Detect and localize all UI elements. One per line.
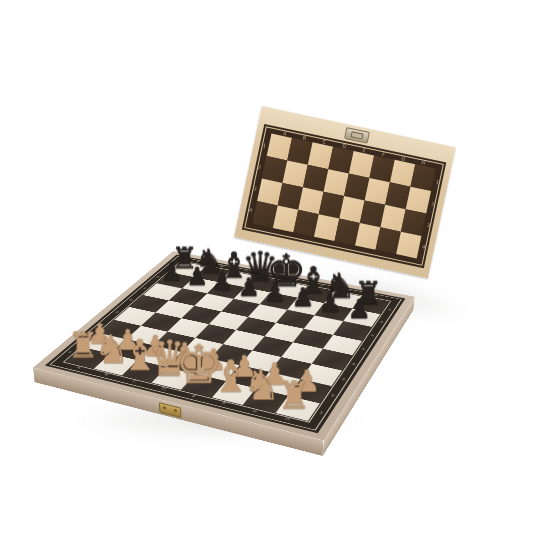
- coordinate-label: C: [130, 380, 138, 385]
- coordinate-label: 4: [349, 362, 359, 366]
- black-pawn: ♟: [347, 296, 371, 321]
- coordinate-label: 3: [251, 185, 259, 191]
- coordinate-label: H: [283, 417, 290, 423]
- coordinate-label: 2: [429, 200, 437, 206]
- coordinate-label: 4: [420, 244, 428, 250]
- coordinate-label: 7: [377, 320, 386, 324]
- coordinate-label: F: [220, 402, 227, 407]
- coordinate-label: 5: [359, 347, 369, 351]
- coordinate-label: 6: [368, 333, 377, 337]
- coordinate-label: 3: [338, 377, 348, 381]
- black-pawn: ♟: [211, 270, 234, 294]
- box-checker-grid: [252, 134, 435, 259]
- square-h7: ♟: [343, 308, 381, 327]
- coordinate-label: 1: [434, 179, 442, 185]
- coordinate-label: 8: [385, 308, 394, 312]
- coordinate-label: 3: [424, 222, 432, 228]
- coordinate-label: 4: [247, 207, 255, 213]
- coordinate-label: 2: [256, 164, 264, 170]
- black-pawn: ♟: [264, 280, 287, 304]
- white-knight: ♞: [243, 365, 281, 405]
- square-h6: [333, 321, 372, 341]
- coordinate-label: D: [159, 387, 167, 392]
- black-pawn: ♟: [186, 265, 208, 289]
- black-pawn: ♟: [319, 290, 343, 315]
- coordinate-label: 1: [260, 142, 268, 148]
- coordinate-label: 2: [327, 393, 337, 398]
- coordinate-label: 1: [316, 410, 327, 415]
- black-pawn: ♟: [291, 285, 314, 310]
- black-pawn: ♟: [161, 260, 183, 283]
- black-pawn: ♟: [237, 275, 260, 299]
- square-h5: [322, 335, 362, 356]
- white-rook: ♜: [277, 377, 311, 413]
- product-photo-scene: ABCDEFGH 1234 1234 ABCDEFGH ABCDEFGH 876…: [0, 0, 533, 533]
- coordinate-label: E: [189, 394, 196, 399]
